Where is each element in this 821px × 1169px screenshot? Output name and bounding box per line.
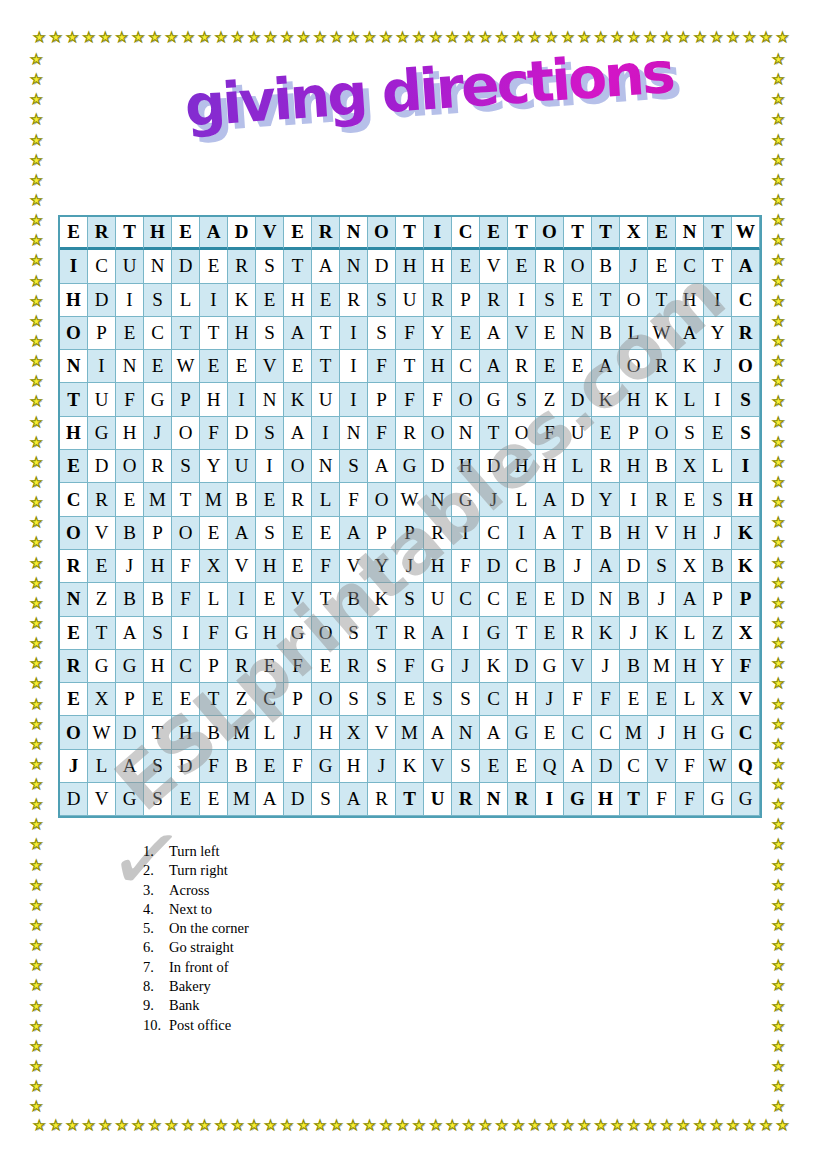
grid-cell: V — [256, 350, 284, 383]
grid-cell: A — [284, 317, 312, 350]
star-icon: ★ — [772, 656, 790, 670]
star-icon: ★ — [772, 475, 790, 489]
grid-cell: E — [116, 317, 144, 350]
star-icon: ★ — [772, 535, 790, 549]
grid-cell: N — [60, 350, 88, 383]
grid-cell: A — [228, 517, 256, 550]
word-list-item: 10.Post office — [143, 1016, 249, 1035]
star-icon: ★ — [772, 1019, 790, 1033]
star-icon: ★ — [30, 1099, 48, 1113]
grid-cell: E — [508, 750, 536, 783]
grid-cell: F — [564, 683, 592, 716]
grid-cell: R — [424, 284, 452, 317]
word-list-item: 8.Bakery — [143, 977, 249, 996]
grid-cell: J — [704, 350, 732, 383]
grid-cell: J — [592, 650, 620, 683]
grid-cell: N — [452, 417, 480, 450]
grid-cell: F — [172, 550, 200, 583]
star-icon: ★ — [30, 52, 48, 66]
grid-cell: J — [648, 583, 676, 616]
grid-cell: N — [480, 783, 508, 816]
grid-cell: G — [228, 617, 256, 650]
grid-cell: A — [480, 317, 508, 350]
word-list-text: Across — [169, 882, 209, 898]
star-icon: ★ — [297, 30, 310, 48]
grid-cell: D — [564, 583, 592, 616]
grid-cell: H — [424, 350, 452, 383]
grid-cell: E — [144, 350, 172, 383]
grid-cell: T — [704, 250, 732, 283]
grid-cell: R — [144, 450, 172, 483]
star-icon: ★ — [30, 918, 48, 932]
grid-cell: V — [480, 250, 508, 283]
grid-cell: C — [676, 250, 704, 283]
star-icon: ★ — [182, 1118, 195, 1136]
star-icon: ★ — [396, 1118, 409, 1136]
grid-cell: B — [200, 716, 228, 749]
grid-cell: B — [704, 550, 732, 583]
grid-cell: N — [116, 350, 144, 383]
word-list-item: 9.Bank — [143, 996, 249, 1015]
grid-cell: D — [424, 450, 452, 483]
star-icon: ★ — [30, 354, 48, 368]
grid-cell: H — [732, 483, 760, 516]
grid-cell: E — [620, 683, 648, 716]
grid-cell: R — [648, 483, 676, 516]
grid-cell: S — [368, 650, 396, 683]
star-icon: ★ — [772, 314, 790, 328]
grid-cell: S — [648, 550, 676, 583]
star-icon: ★ — [772, 737, 790, 751]
grid-cell: O — [312, 683, 340, 716]
star-icon: ★ — [772, 1079, 790, 1093]
star-icon: ★ — [772, 354, 790, 368]
grid-cell: O — [172, 517, 200, 550]
grid-cell: V — [228, 550, 256, 583]
grid-cell: K — [732, 517, 760, 550]
star-icon: ★ — [30, 253, 48, 267]
grid-cell: P — [452, 284, 480, 317]
grid-cell: T — [564, 517, 592, 550]
star-icon: ★ — [132, 30, 145, 48]
star-icon: ★ — [30, 978, 48, 992]
grid-cell: U — [312, 383, 340, 416]
grid-cell: S — [368, 317, 396, 350]
grid-cell: H — [676, 517, 704, 550]
grid-cell: B — [620, 650, 648, 683]
star-icon: ★ — [231, 30, 244, 48]
grid-cell: X — [340, 716, 368, 749]
grid-cell: C — [592, 716, 620, 749]
grid-cell: A — [732, 250, 760, 283]
grid-cell: Y — [592, 483, 620, 516]
grid-cell: I — [452, 617, 480, 650]
star-icon: ★ — [772, 999, 790, 1013]
star-icon: ★ — [165, 1118, 178, 1136]
grid-cell: E — [228, 350, 256, 383]
grid-cell: D — [620, 550, 648, 583]
grid-cell: A — [424, 617, 452, 650]
star-icon: ★ — [30, 797, 48, 811]
grid-cell: D — [480, 550, 508, 583]
grid-cell: E — [200, 350, 228, 383]
star-icon: ★ — [772, 213, 790, 227]
grid-cell: K — [648, 617, 676, 650]
grid-cell: L — [88, 750, 116, 783]
star-icon: ★ — [363, 1118, 376, 1136]
star-icon: ★ — [446, 1118, 459, 1136]
star-icon: ★ — [776, 1118, 789, 1136]
grid-cell: F — [536, 417, 564, 450]
grid-cell: O — [564, 250, 592, 283]
grid-cell: Y — [424, 317, 452, 350]
star-icon: ★ — [772, 133, 790, 147]
star-icon: ★ — [772, 92, 790, 106]
star-icon: ★ — [30, 717, 48, 731]
grid-cell: R — [452, 783, 480, 816]
star-icon: ★ — [330, 1118, 343, 1136]
grid-cell: S — [340, 617, 368, 650]
grid-cell: V — [88, 517, 116, 550]
grid-cell: F — [592, 683, 620, 716]
grid-cell: N — [340, 217, 368, 250]
grid-cell: T — [564, 217, 592, 250]
grid-cell: D — [564, 383, 592, 416]
grid-cell: G — [704, 716, 732, 749]
grid-cell: R — [340, 650, 368, 683]
star-icon: ★ — [429, 30, 442, 48]
grid-cell: H — [172, 716, 200, 749]
grid-cell: R — [592, 450, 620, 483]
grid-cell: R — [480, 284, 508, 317]
grid-cell: B — [228, 483, 256, 516]
star-icon: ★ — [760, 1118, 773, 1136]
grid-cell: V — [368, 716, 396, 749]
word-list-text: Bakery — [169, 978, 211, 994]
grid-cell: C — [480, 583, 508, 616]
star-icon: ★ — [30, 233, 48, 247]
grid-cell: P — [620, 417, 648, 450]
grid-cell: H — [396, 250, 424, 283]
grid-cell: T — [312, 583, 340, 616]
grid-cell: O — [284, 450, 312, 483]
grid-cell: H — [620, 450, 648, 483]
grid-cell: I — [88, 350, 116, 383]
grid-cell: J — [60, 750, 88, 783]
grid-cell: J — [564, 550, 592, 583]
grid-cell: I — [732, 450, 760, 483]
star-icon: ★ — [772, 515, 790, 529]
star-icon: ★ — [83, 1118, 96, 1136]
grid-cell: T — [144, 716, 172, 749]
grid-cell: C — [732, 284, 760, 317]
star-icon: ★ — [30, 72, 48, 86]
star-icon: ★ — [772, 455, 790, 469]
star-icon: ★ — [772, 858, 790, 872]
grid-cell: A — [592, 550, 620, 583]
grid-cell: P — [200, 650, 228, 683]
grid-cell: L — [256, 716, 284, 749]
star-icon: ★ — [30, 334, 48, 348]
word-list: 1.Turn left2.Turn right3.Across4.Next to… — [143, 842, 249, 1035]
grid-cell: D — [284, 783, 312, 816]
word-list-number: 10. — [143, 1016, 169, 1035]
grid-cell: E — [88, 550, 116, 583]
grid-cell: A — [480, 716, 508, 749]
grid-cell: V — [648, 517, 676, 550]
grid-cell: G — [312, 750, 340, 783]
grid-cell: R — [368, 783, 396, 816]
grid-cell: U — [564, 417, 592, 450]
star-icon: ★ — [772, 958, 790, 972]
grid-cell: U — [424, 583, 452, 616]
star-icon: ★ — [30, 112, 48, 126]
grid-cell: L — [200, 583, 228, 616]
star-icon: ★ — [116, 30, 129, 48]
star-border-bottom: ★★★★★★★★★★★★★★★★★★★★★★★★★★★★★★★★★★★★★★★★… — [33, 1118, 789, 1136]
grid-cell: F — [396, 650, 424, 683]
grid-cell: C — [256, 683, 284, 716]
grid-cell: O — [368, 217, 396, 250]
star-icon: ★ — [297, 1118, 310, 1136]
grid-cell: A — [676, 317, 704, 350]
grid-cell: F — [116, 383, 144, 416]
grid-cell: F — [200, 617, 228, 650]
grid-cell: W — [396, 483, 424, 516]
grid-cell: W — [704, 750, 732, 783]
grid-cell: H — [424, 250, 452, 283]
grid-cell: A — [116, 617, 144, 650]
grid-cell: V — [564, 650, 592, 683]
grid-cell: O — [116, 450, 144, 483]
grid-cell: E — [172, 217, 200, 250]
grid-cell: Y — [368, 550, 396, 583]
star-icon: ★ — [772, 153, 790, 167]
star-icon: ★ — [743, 30, 756, 48]
grid-cell: E — [508, 250, 536, 283]
star-icon: ★ — [772, 878, 790, 892]
grid-cell: F — [340, 483, 368, 516]
grid-cell: I — [620, 483, 648, 516]
grid-cell: J — [704, 517, 732, 550]
grid-cell: F — [732, 650, 760, 683]
word-list-text: In front of — [169, 959, 229, 975]
grid-cell: A — [312, 250, 340, 283]
grid-cell: K — [676, 350, 704, 383]
star-icon: ★ — [83, 30, 96, 48]
grid-cell: L — [676, 617, 704, 650]
grid-cell: X — [676, 550, 704, 583]
grid-cell: H — [200, 383, 228, 416]
star-icon: ★ — [772, 596, 790, 610]
grid-cell: I — [116, 284, 144, 317]
grid-cell: F — [368, 417, 396, 450]
grid-cell: H — [144, 550, 172, 583]
grid-cell: E — [256, 284, 284, 317]
grid-cell: A — [200, 217, 228, 250]
grid-cell: I — [312, 417, 340, 450]
star-icon: ★ — [772, 253, 790, 267]
grid-cell: E — [452, 250, 480, 283]
star-icon: ★ — [30, 535, 48, 549]
grid-cell: J — [144, 417, 172, 450]
grid-cell: U — [396, 284, 424, 317]
grid-cell: A — [340, 517, 368, 550]
star-icon: ★ — [727, 30, 740, 48]
grid-cell: G — [536, 650, 564, 683]
grid-cell: I — [704, 383, 732, 416]
grid-cell: N — [424, 483, 452, 516]
grid-cell: W — [732, 217, 760, 250]
grid-cell: F — [396, 317, 424, 350]
grid-cell: A — [368, 450, 396, 483]
grid-cell: P — [396, 517, 424, 550]
grid-cell: N — [340, 417, 368, 450]
grid-cell: M — [620, 716, 648, 749]
grid-cell: P — [144, 517, 172, 550]
star-icon: ★ — [66, 1118, 79, 1136]
grid-cell: S — [312, 783, 340, 816]
grid-cell: A — [564, 750, 592, 783]
star-icon: ★ — [562, 1118, 575, 1136]
grid-cell: T — [284, 250, 312, 283]
star-icon: ★ — [772, 435, 790, 449]
grid-cell: L — [564, 450, 592, 483]
grid-cell: R — [60, 650, 88, 683]
grid-cell: J — [116, 550, 144, 583]
grid-cell: S — [172, 450, 200, 483]
grid-cell: D — [116, 716, 144, 749]
grid-cell: G — [88, 417, 116, 450]
grid-cell: S — [256, 317, 284, 350]
grid-cell: H — [116, 417, 144, 450]
star-icon: ★ — [479, 1118, 492, 1136]
grid-cell: G — [704, 783, 732, 816]
star-icon: ★ — [30, 1079, 48, 1093]
star-icon: ★ — [772, 918, 790, 932]
grid-cell: O — [648, 417, 676, 450]
star-icon: ★ — [772, 1039, 790, 1053]
grid-cell: X — [88, 683, 116, 716]
star-icon: ★ — [30, 153, 48, 167]
grid-cell: I — [508, 284, 536, 317]
star-icon: ★ — [30, 1039, 48, 1053]
word-list-item: 3.Across — [143, 881, 249, 900]
grid-cell: S — [732, 383, 760, 416]
grid-cell: P — [368, 517, 396, 550]
star-icon: ★ — [710, 30, 723, 48]
grid-cell: E — [536, 317, 564, 350]
star-icon: ★ — [772, 777, 790, 791]
star-icon: ★ — [30, 495, 48, 509]
grid-cell: G — [88, 650, 116, 683]
grid-cell: V — [340, 550, 368, 583]
star-icon: ★ — [772, 294, 790, 308]
grid-cell: G — [116, 650, 144, 683]
star-icon: ★ — [772, 274, 790, 288]
grid-cell: K — [228, 284, 256, 317]
grid-cell: Y — [200, 450, 228, 483]
grid-cell: S — [144, 750, 172, 783]
grid-cell: R — [396, 417, 424, 450]
grid-cell: R — [340, 284, 368, 317]
grid-cell: C — [144, 317, 172, 350]
grid-cell: S — [676, 417, 704, 450]
star-icon: ★ — [772, 415, 790, 429]
grid-cell: E — [536, 617, 564, 650]
star-icon: ★ — [182, 30, 195, 48]
grid-cell: A — [676, 583, 704, 616]
grid-cell: B — [340, 583, 368, 616]
grid-cell: A — [284, 417, 312, 450]
grid-cell: N — [256, 383, 284, 416]
grid-cell: T — [88, 617, 116, 650]
star-icon: ★ — [30, 656, 48, 670]
star-icon: ★ — [30, 999, 48, 1013]
grid-cell: K — [368, 583, 396, 616]
grid-cell: F — [368, 350, 396, 383]
grid-cell: A — [536, 517, 564, 550]
grid-cell: S — [452, 683, 480, 716]
star-icon: ★ — [727, 1118, 740, 1136]
grid-cell: J — [620, 617, 648, 650]
grid-cell: K — [284, 383, 312, 416]
page-title: giving directions giving directions — [157, 37, 703, 184]
grid-cell: C — [88, 250, 116, 283]
grid-cell: S — [508, 383, 536, 416]
grid-cell: V — [508, 317, 536, 350]
grid-cell: O — [60, 517, 88, 550]
star-icon: ★ — [545, 1118, 558, 1136]
grid-cell: J — [480, 483, 508, 516]
star-icon: ★ — [248, 30, 261, 48]
grid-cell: S — [536, 284, 564, 317]
grid-cell: E — [704, 417, 732, 450]
grid-cell: N — [452, 716, 480, 749]
star-icon: ★ — [462, 1118, 475, 1136]
grid-cell: E — [256, 650, 284, 683]
grid-cell: J — [396, 550, 424, 583]
grid-cell: V — [732, 683, 760, 716]
star-icon: ★ — [772, 1059, 790, 1073]
grid-cell: M — [396, 716, 424, 749]
star-icon: ★ — [30, 455, 48, 469]
grid-cell: M — [144, 483, 172, 516]
grid-cell: O — [60, 716, 88, 749]
grid-cell: H — [60, 284, 88, 317]
grid-cell: L — [704, 450, 732, 483]
grid-cell: Z — [88, 583, 116, 616]
grid-cell: C — [172, 650, 200, 683]
grid-cell: C — [452, 583, 480, 616]
grid-cell: I — [340, 350, 368, 383]
grid-cell: P — [88, 317, 116, 350]
grid-cell: P — [116, 683, 144, 716]
grid-cell: M — [200, 483, 228, 516]
grid-cell: B — [592, 250, 620, 283]
grid-cell: G — [480, 617, 508, 650]
star-icon: ★ — [30, 938, 48, 952]
star-icon: ★ — [677, 1118, 690, 1136]
word-list-number: 1. — [143, 842, 169, 861]
grid-cell: W — [648, 317, 676, 350]
star-icon: ★ — [772, 556, 790, 570]
grid-cell: A — [340, 783, 368, 816]
grid-cell: E — [284, 550, 312, 583]
grid-cell: L — [172, 284, 200, 317]
grid-cell: W — [88, 716, 116, 749]
grid-cell: E — [116, 483, 144, 516]
